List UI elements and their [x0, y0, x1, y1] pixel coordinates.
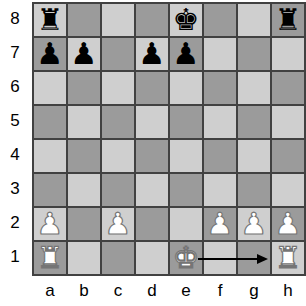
white-pawn-piece: ♟: [105, 209, 132, 239]
square-f3[interactable]: [204, 174, 236, 206]
square-h8[interactable]: ♜: [272, 4, 304, 36]
square-c1[interactable]: [102, 242, 134, 274]
square-e8[interactable]: ♚: [170, 4, 202, 36]
square-d4[interactable]: [136, 140, 168, 172]
rank-label-2: 2: [0, 206, 30, 240]
square-c8[interactable]: [102, 4, 134, 36]
square-a1[interactable]: ♜: [34, 242, 66, 274]
square-h4[interactable]: [272, 140, 304, 172]
square-a2[interactable]: ♟: [34, 208, 66, 240]
square-g8[interactable]: [238, 4, 270, 36]
square-d8[interactable]: [136, 4, 168, 36]
square-e4[interactable]: [170, 140, 202, 172]
rank-label-4: 4: [0, 138, 30, 172]
rank-label-3: 3: [0, 172, 30, 206]
square-c4[interactable]: [102, 140, 134, 172]
file-label-f: f: [203, 276, 237, 306]
square-a7[interactable]: ♟: [34, 38, 66, 70]
square-f6[interactable]: [204, 72, 236, 104]
square-e7[interactable]: ♟: [170, 38, 202, 70]
rank-label-7: 7: [0, 36, 30, 70]
square-g6[interactable]: [238, 72, 270, 104]
white-rook-piece: ♜: [37, 243, 64, 273]
square-b1[interactable]: [68, 242, 100, 274]
black-pawn-piece: ♟: [139, 39, 166, 69]
square-d1[interactable]: [136, 242, 168, 274]
square-g3[interactable]: [238, 174, 270, 206]
square-h2[interactable]: ♟: [272, 208, 304, 240]
square-e1[interactable]: ♚: [170, 242, 202, 274]
black-pawn-piece: ♟: [37, 39, 64, 69]
square-a8[interactable]: ♜: [34, 4, 66, 36]
white-pawn-piece: ♟: [207, 209, 234, 239]
black-rook-piece: ♜: [275, 5, 302, 35]
black-pawn-piece: ♟: [71, 39, 98, 69]
square-b5[interactable]: [68, 106, 100, 138]
square-f5[interactable]: [204, 106, 236, 138]
square-a3[interactable]: [34, 174, 66, 206]
square-g7[interactable]: [238, 38, 270, 70]
square-a4[interactable]: [34, 140, 66, 172]
white-pawn-piece: ♟: [275, 209, 302, 239]
file-label-g: g: [237, 276, 271, 306]
rank-label-1: 1: [0, 240, 30, 274]
square-e3[interactable]: [170, 174, 202, 206]
square-e2[interactable]: [170, 208, 202, 240]
file-label-b: b: [67, 276, 101, 306]
square-f8[interactable]: [204, 4, 236, 36]
square-h5[interactable]: [272, 106, 304, 138]
square-g1[interactable]: [238, 242, 270, 274]
square-b6[interactable]: [68, 72, 100, 104]
square-b7[interactable]: ♟: [68, 38, 100, 70]
square-g2[interactable]: ♟: [238, 208, 270, 240]
white-pawn-piece: ♟: [37, 209, 64, 239]
square-b8[interactable]: [68, 4, 100, 36]
file-label-c: c: [101, 276, 135, 306]
square-f4[interactable]: [204, 140, 236, 172]
chess-castling-diagram: 87654321 ♜♚♜♟♟♟♟♟♟♟♟♟♜♚♜ abcdefgh: [0, 0, 306, 306]
rank-label-8: 8: [0, 2, 30, 36]
square-d3[interactable]: [136, 174, 168, 206]
file-label-h: h: [271, 276, 305, 306]
square-b4[interactable]: [68, 140, 100, 172]
black-king-piece: ♚: [173, 5, 200, 35]
square-h1[interactable]: ♜: [272, 242, 304, 274]
square-d7[interactable]: ♟: [136, 38, 168, 70]
square-c2[interactable]: ♟: [102, 208, 134, 240]
square-a5[interactable]: [34, 106, 66, 138]
white-rook-piece: ♜: [275, 243, 302, 273]
square-c6[interactable]: [102, 72, 134, 104]
square-f7[interactable]: [204, 38, 236, 70]
square-e6[interactable]: [170, 72, 202, 104]
square-a6[interactable]: [34, 72, 66, 104]
square-h6[interactable]: [272, 72, 304, 104]
white-pawn-piece: ♟: [241, 209, 268, 239]
black-pawn-piece: ♟: [173, 39, 200, 69]
rank-label-5: 5: [0, 104, 30, 138]
square-c5[interactable]: [102, 106, 134, 138]
square-g4[interactable]: [238, 140, 270, 172]
rank-label-6: 6: [0, 70, 30, 104]
square-f1[interactable]: [204, 242, 236, 274]
square-b2[interactable]: [68, 208, 100, 240]
file-label-a: a: [33, 276, 67, 306]
square-h3[interactable]: [272, 174, 304, 206]
square-h7[interactable]: [272, 38, 304, 70]
square-c3[interactable]: [102, 174, 134, 206]
square-c7[interactable]: [102, 38, 134, 70]
square-d5[interactable]: [136, 106, 168, 138]
square-b3[interactable]: [68, 174, 100, 206]
file-label-e: e: [169, 276, 203, 306]
white-king-piece: ♚: [173, 243, 200, 273]
square-f2[interactable]: ♟: [204, 208, 236, 240]
square-e5[interactable]: [170, 106, 202, 138]
black-rook-piece: ♜: [37, 5, 64, 35]
file-label-d: d: [135, 276, 169, 306]
square-g5[interactable]: [238, 106, 270, 138]
square-d6[interactable]: [136, 72, 168, 104]
square-d2[interactable]: [136, 208, 168, 240]
chess-board: ♜♚♜♟♟♟♟♟♟♟♟♟♜♚♜: [32, 2, 306, 276]
